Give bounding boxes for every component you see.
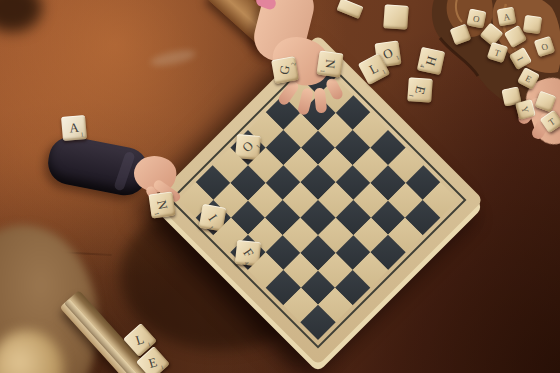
scrabble-tile-N: N1 bbox=[148, 191, 175, 218]
scrabble-tile-A: A bbox=[497, 7, 517, 27]
scrabble-tile-E: E1 bbox=[407, 77, 433, 103]
corner-shadow bbox=[0, 0, 42, 32]
scrabble-tile-blank bbox=[383, 4, 409, 30]
photo-scene: O1I1F4 G2N1N1A1O1L1H4E1L1E1OATIOEYT bbox=[0, 0, 560, 373]
scrabble-tile-O: O bbox=[466, 8, 486, 28]
scrabble-tile-G: G2 bbox=[271, 56, 299, 84]
scrabble-tile-A: A1 bbox=[61, 115, 87, 141]
table-reflection-smudge bbox=[149, 47, 196, 68]
scrabble-tile-H: H4 bbox=[417, 47, 445, 75]
scrabble-tile-N: N1 bbox=[316, 50, 343, 77]
scrabble-tile-blank bbox=[523, 15, 542, 34]
scrabble-tile-blank bbox=[336, 0, 363, 19]
